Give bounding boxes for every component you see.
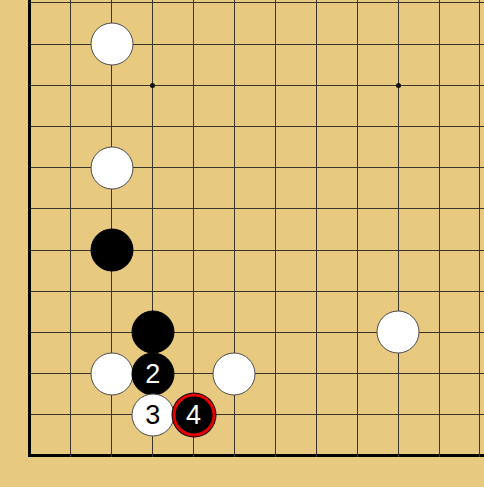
white-stone[interactable]: 3 xyxy=(131,393,174,436)
board-intersection[interactable] xyxy=(132,0,173,24)
board-intersection[interactable] xyxy=(459,65,484,106)
board-intersection[interactable] xyxy=(296,106,337,147)
board-intersection[interactable] xyxy=(337,353,378,394)
board-intersection[interactable] xyxy=(419,229,460,270)
board-intersection[interactable] xyxy=(296,24,337,65)
board-intersection[interactable] xyxy=(459,353,484,394)
move-number: 2 xyxy=(145,360,160,387)
board-intersection[interactable] xyxy=(214,435,255,476)
board-intersection[interactable] xyxy=(419,147,460,188)
board-intersection[interactable] xyxy=(214,312,255,353)
board-intersection[interactable] xyxy=(296,312,337,353)
board-intersection[interactable] xyxy=(91,188,132,229)
board-intersection[interactable] xyxy=(50,229,91,270)
white-stone[interactable] xyxy=(377,311,420,354)
board-intersection[interactable] xyxy=(378,229,419,270)
board-intersection[interactable] xyxy=(173,229,214,270)
board-intersection[interactable] xyxy=(173,271,214,312)
board-intersection[interactable] xyxy=(91,147,132,188)
board-intersection[interactable] xyxy=(296,65,337,106)
board-intersection[interactable] xyxy=(296,188,337,229)
board-intersection[interactable] xyxy=(337,229,378,270)
board-intersection[interactable] xyxy=(378,147,419,188)
board-intersection[interactable] xyxy=(50,353,91,394)
board-intersection[interactable] xyxy=(173,65,214,106)
board-intersection[interactable] xyxy=(378,24,419,65)
board-intersection[interactable] xyxy=(173,188,214,229)
board-intersection[interactable] xyxy=(10,188,51,229)
board-intersection[interactable] xyxy=(337,0,378,24)
board-intersection[interactable] xyxy=(132,271,173,312)
board-intersection[interactable] xyxy=(337,271,378,312)
board-intersection[interactable] xyxy=(91,353,132,394)
board-intersection[interactable] xyxy=(50,188,91,229)
board-intersection[interactable] xyxy=(91,65,132,106)
board-intersection[interactable] xyxy=(255,229,296,270)
board-intersection[interactable] xyxy=(91,435,132,476)
board-intersection[interactable] xyxy=(132,147,173,188)
board-intersection[interactable] xyxy=(214,24,255,65)
board-intersection[interactable] xyxy=(296,229,337,270)
board-intersection[interactable] xyxy=(91,271,132,312)
board-intersection[interactable] xyxy=(378,435,419,476)
board-intersection[interactable] xyxy=(419,353,460,394)
board-intersection[interactable] xyxy=(419,435,460,476)
board-intersection[interactable] xyxy=(296,271,337,312)
board-intersection[interactable] xyxy=(255,0,296,24)
board-intersection[interactable] xyxy=(10,0,51,24)
board-intersection[interactable]: 3 xyxy=(132,394,173,435)
board-intersection[interactable] xyxy=(296,435,337,476)
board-intersection[interactable] xyxy=(419,394,460,435)
board-intersection[interactable] xyxy=(378,271,419,312)
board-intersection[interactable] xyxy=(214,271,255,312)
board-intersection[interactable] xyxy=(296,0,337,24)
board-intersection[interactable] xyxy=(459,271,484,312)
board-intersection[interactable] xyxy=(10,271,51,312)
board-intersection[interactable] xyxy=(214,394,255,435)
board-intersection[interactable] xyxy=(337,188,378,229)
board-intersection[interactable] xyxy=(459,229,484,270)
board-intersection[interactable] xyxy=(459,24,484,65)
move-number: 4 xyxy=(186,401,201,428)
board-intersection[interactable] xyxy=(10,106,51,147)
board-intersection[interactable] xyxy=(50,0,91,24)
white-stone[interactable] xyxy=(213,352,256,395)
board-intersection[interactable] xyxy=(459,394,484,435)
board-intersection[interactable] xyxy=(255,188,296,229)
board-intersection[interactable] xyxy=(214,0,255,24)
board-intersection[interactable] xyxy=(50,106,91,147)
go-board: 234 xyxy=(10,0,484,476)
board-intersection[interactable] xyxy=(378,394,419,435)
board-intersection[interactable] xyxy=(378,312,419,353)
board-intersection[interactable] xyxy=(337,65,378,106)
board-intersection[interactable] xyxy=(50,147,91,188)
board-intersection[interactable]: 2 xyxy=(132,353,173,394)
board-intersection[interactable] xyxy=(419,0,460,24)
board-intersection[interactable] xyxy=(91,0,132,24)
board-intersection[interactable] xyxy=(91,24,132,65)
board-intersection[interactable] xyxy=(214,106,255,147)
board-intersection[interactable] xyxy=(337,435,378,476)
board-intersection[interactable] xyxy=(255,147,296,188)
board-intersection[interactable] xyxy=(173,353,214,394)
board-intersection[interactable] xyxy=(50,24,91,65)
star-point xyxy=(396,83,401,88)
board-intersection[interactable] xyxy=(214,353,255,394)
board-intersection[interactable] xyxy=(91,106,132,147)
board-intersection[interactable] xyxy=(10,65,51,106)
board-intersection[interactable] xyxy=(10,394,51,435)
board-intersection[interactable] xyxy=(419,188,460,229)
board-intersection[interactable] xyxy=(378,106,419,147)
board-intersection[interactable] xyxy=(50,312,91,353)
board-intersection[interactable] xyxy=(255,106,296,147)
board-intersection[interactable] xyxy=(459,147,484,188)
board-intersection[interactable] xyxy=(10,24,51,65)
board-intersection[interactable] xyxy=(132,435,173,476)
board-intersection[interactable] xyxy=(214,188,255,229)
board-intersection[interactable] xyxy=(255,312,296,353)
board-intersection[interactable]: 4 xyxy=(173,394,214,435)
board-intersection[interactable] xyxy=(173,0,214,24)
board-intersection[interactable] xyxy=(91,312,132,353)
board-intersection[interactable] xyxy=(419,271,460,312)
board-intersection[interactable] xyxy=(132,312,173,353)
board-intersection[interactable] xyxy=(255,394,296,435)
board-intersection[interactable] xyxy=(459,312,484,353)
board-intersection[interactable] xyxy=(255,271,296,312)
board-intersection[interactable] xyxy=(459,188,484,229)
board-intersection[interactable] xyxy=(173,147,214,188)
board-intersection[interactable] xyxy=(419,24,460,65)
board-intersection[interactable] xyxy=(50,435,91,476)
board-intersection[interactable] xyxy=(91,229,132,270)
board-intersection[interactable] xyxy=(214,65,255,106)
board-intersection[interactable] xyxy=(10,229,51,270)
board-intersection[interactable] xyxy=(50,65,91,106)
board-intersection[interactable] xyxy=(419,65,460,106)
board-intersection[interactable] xyxy=(296,147,337,188)
board-intersection[interactable] xyxy=(214,229,255,270)
board-intersection[interactable] xyxy=(255,353,296,394)
board-intersection[interactable] xyxy=(459,0,484,24)
star-point xyxy=(150,83,155,88)
go-diagram: 234 xyxy=(0,0,484,487)
board-intersection[interactable] xyxy=(296,394,337,435)
board-intersection[interactable] xyxy=(132,24,173,65)
board-intersection[interactable] xyxy=(255,435,296,476)
white-stone[interactable] xyxy=(90,146,133,189)
board-intersection[interactable] xyxy=(459,435,484,476)
board-intersection[interactable] xyxy=(419,312,460,353)
board-intersection[interactable] xyxy=(132,106,173,147)
board-intersection[interactable] xyxy=(337,147,378,188)
board-intersection[interactable] xyxy=(50,271,91,312)
black-stone[interactable] xyxy=(131,311,174,354)
board-intersection[interactable] xyxy=(337,106,378,147)
board-intersection[interactable] xyxy=(378,353,419,394)
board-intersection[interactable] xyxy=(378,65,419,106)
black-stone-last-move[interactable]: 4 xyxy=(172,393,215,436)
board-intersection[interactable] xyxy=(459,106,484,147)
board-intersection[interactable] xyxy=(132,229,173,270)
board-intersection[interactable] xyxy=(419,106,460,147)
board-intersection[interactable] xyxy=(296,353,337,394)
black-stone[interactable] xyxy=(90,229,133,272)
board-intersection[interactable] xyxy=(255,24,296,65)
board-intersection[interactable] xyxy=(173,312,214,353)
board-intersection[interactable] xyxy=(378,188,419,229)
board-intersection[interactable] xyxy=(10,312,51,353)
board-intersection[interactable] xyxy=(132,188,173,229)
board-intersection[interactable] xyxy=(173,106,214,147)
board-intersection[interactable] xyxy=(50,394,91,435)
black-stone[interactable]: 2 xyxy=(131,352,174,395)
white-stone[interactable] xyxy=(90,23,133,66)
board-intersection[interactable] xyxy=(91,394,132,435)
board-intersection[interactable] xyxy=(337,24,378,65)
board-intersection[interactable] xyxy=(173,24,214,65)
move-number: 3 xyxy=(145,401,160,428)
board-intersection[interactable] xyxy=(337,312,378,353)
board-intersection[interactable] xyxy=(10,435,51,476)
white-stone[interactable] xyxy=(90,352,133,395)
board-intersection[interactable] xyxy=(214,147,255,188)
board-intersection[interactable] xyxy=(10,147,51,188)
board-intersection[interactable] xyxy=(10,353,51,394)
board-intersection[interactable] xyxy=(173,435,214,476)
board-intersection[interactable] xyxy=(255,65,296,106)
board-intersection[interactable] xyxy=(132,65,173,106)
board-intersection[interactable] xyxy=(378,0,419,24)
board-intersection[interactable] xyxy=(337,394,378,435)
